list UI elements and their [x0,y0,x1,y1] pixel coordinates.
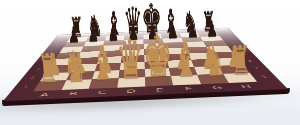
board-frame: ♜♞♝♛♚♝♞♜♟♟♟♟♟♟♟♟♟♟♟♟♟♟♟♟♜♞♝♛♚♝♞♜ ABCDEFG… [3,28,288,101]
file-label-f: F [173,84,205,94]
file-label-e: E [145,85,175,95]
piece-white-queen[interactable]: ♛ [114,32,144,87]
chess-board: ♜♞♝♛♚♝♞♜♟♟♟♟♟♟♟♟♟♟♟♟♟♟♟♟♜♞♝♛♚♝♞♜ ABCDEFG… [3,28,288,101]
chess-board-photo: ♜♞♝♛♚♝♞♜♟♟♟♟♟♟♟♟♟♟♟♟♟♟♟♟♜♞♝♛♚♝♞♜ ABCDEFG… [0,0,300,125]
piece-white-knight[interactable]: ♞ [62,44,86,88]
piece-white-bishop[interactable]: ♝ [172,36,198,84]
file-label-b: B [56,89,88,99]
file-label-d: D [115,87,145,97]
file-label-h: H [229,82,264,91]
piece-white-king[interactable]: ♚ [141,26,174,86]
file-label-g: G [201,83,234,93]
piece-white-knight[interactable]: ♞ [201,39,225,83]
file-label-c: C [86,88,117,98]
piece-white-bishop[interactable]: ♝ [89,40,115,88]
